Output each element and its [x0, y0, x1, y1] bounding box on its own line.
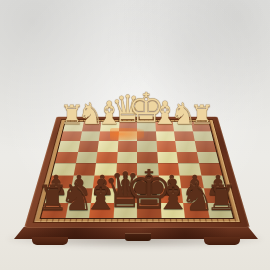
- square-h2: [203, 188, 229, 202]
- square-f4: [158, 163, 180, 175]
- square-a1: [41, 203, 68, 218]
- square-d4: [116, 163, 137, 175]
- square-a4: [52, 163, 76, 175]
- square-b1: [65, 203, 91, 218]
- square-g3: [180, 175, 204, 188]
- square-d5: [117, 152, 138, 163]
- square-f7: [155, 131, 175, 141]
- square-a2: [45, 188, 71, 202]
- board-right-foot: [204, 237, 240, 245]
- square-d1: [113, 203, 137, 218]
- square-a6: [58, 141, 80, 152]
- square-e5: [137, 152, 158, 163]
- orange-watermark: [110, 128, 144, 140]
- square-b7: [80, 131, 100, 141]
- square-c2: [91, 188, 115, 202]
- square-b4: [73, 163, 96, 175]
- square-g6: [175, 141, 196, 152]
- square-b5: [76, 152, 98, 163]
- board-left-foot: [32, 237, 68, 245]
- square-h7: [192, 131, 213, 141]
- square-h3: [201, 175, 226, 188]
- square-c6: [97, 141, 117, 152]
- square-e1: [137, 203, 161, 218]
- square-h6: [194, 141, 216, 152]
- square-f3: [158, 175, 181, 188]
- photo-background: ♜♞♝♛♚♝♞♜♟♟♟♟♟♟♟♟♜♞♝♛♚♝♞♜: [0, 0, 270, 270]
- square-c3: [93, 175, 116, 188]
- square-a5: [55, 152, 78, 163]
- square-d2: [114, 188, 137, 202]
- square-f8: [155, 122, 174, 131]
- square-b8: [82, 122, 102, 131]
- square-d3: [115, 175, 137, 188]
- square-g4: [178, 163, 201, 175]
- square-a3: [49, 175, 74, 188]
- square-g1: [183, 203, 209, 218]
- square-a7: [61, 131, 82, 141]
- square-e4: [137, 163, 158, 175]
- square-b2: [68, 188, 93, 202]
- square-a8: [63, 122, 83, 131]
- square-c1: [89, 203, 114, 218]
- square-e2: [137, 188, 160, 202]
- square-f6: [156, 141, 176, 152]
- square-f1: [160, 203, 185, 218]
- square-e3: [137, 175, 159, 188]
- square-h1: [206, 203, 233, 218]
- square-f5: [157, 152, 178, 163]
- square-c5: [96, 152, 117, 163]
- square-e6: [137, 141, 157, 152]
- square-g7: [174, 131, 194, 141]
- square-f2: [159, 188, 183, 202]
- square-b6: [78, 141, 99, 152]
- square-c4: [94, 163, 116, 175]
- square-g2: [181, 188, 206, 202]
- board-clasp: [125, 233, 151, 241]
- square-h5: [196, 152, 219, 163]
- square-h8: [191, 122, 211, 131]
- square-d6: [117, 141, 137, 152]
- square-g8: [173, 122, 193, 131]
- square-b3: [71, 175, 95, 188]
- square-h4: [199, 163, 223, 175]
- square-g5: [177, 152, 199, 163]
